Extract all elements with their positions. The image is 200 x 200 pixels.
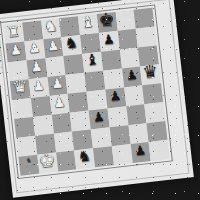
white-king-b1: ♚	[38, 150, 56, 170]
square-f1	[112, 144, 133, 165]
square-h5: ♛	[140, 64, 161, 85]
square-g4	[124, 85, 145, 106]
square-a2	[16, 136, 37, 157]
white-knight-c8: ♞	[43, 19, 58, 35]
square-h2	[147, 121, 168, 142]
square-a4	[12, 98, 33, 119]
square-c2	[54, 132, 75, 153]
square-f5	[103, 69, 124, 90]
white-pawn-b7: ♟	[28, 41, 41, 55]
white-pawn-a7: ♟	[9, 43, 22, 57]
white-pawn-c4: ♟	[53, 95, 66, 109]
white-queen-a5: ♛	[11, 77, 28, 96]
board-side-print: ∙·∙·∙·∙	[0, 54, 5, 75]
chess-board: ∙·∙·∙·∙ ♜♞♝♚♟♟♟♞♟♟♝♛♟♟♟♛♟♟♟♚♞♟ ♞ ⁙⁙	[0, 0, 194, 198]
square-c8: ♞	[41, 18, 62, 39]
square-d5	[66, 73, 87, 94]
square-a7: ♟	[6, 41, 27, 62]
white-pawn-c7: ♟	[46, 39, 59, 53]
white-pawn-b6: ♟	[30, 60, 43, 74]
square-a3	[14, 117, 35, 138]
square-d3	[70, 111, 91, 132]
square-d1: ♞	[74, 148, 95, 169]
square-f6	[101, 50, 122, 71]
white-bishop-e8: ♝	[80, 14, 95, 30]
square-a8: ♜	[3, 23, 24, 44]
square-g2	[128, 123, 149, 144]
square-f3	[107, 106, 128, 127]
black-knight-d1: ♞	[77, 149, 92, 165]
square-h8	[134, 8, 155, 29]
square-b8	[22, 20, 43, 41]
square-g3	[126, 104, 147, 125]
black-queen-h5: ♛	[142, 63, 159, 82]
square-g8	[115, 10, 136, 31]
black-pawn-f7: ♟	[102, 32, 115, 46]
square-d4	[68, 92, 89, 113]
photo-of-chessboard: { "game": "chess", "position": { "fen": …	[0, 0, 200, 200]
square-b1: ♚	[37, 153, 58, 174]
square-b4	[31, 96, 52, 117]
square-h3	[145, 102, 166, 123]
square-c1	[56, 150, 77, 171]
square-c4: ♟	[49, 94, 70, 115]
square-b7: ♟	[24, 39, 45, 60]
black-pawn-f4: ♟	[109, 89, 122, 103]
square-e5	[84, 71, 105, 92]
square-c6	[45, 56, 66, 77]
square-g6	[119, 48, 140, 69]
square-b5: ♟	[28, 77, 49, 98]
square-f4: ♟	[105, 87, 126, 108]
square-f8: ♚	[96, 12, 117, 33]
square-f2	[109, 125, 130, 146]
square-g7	[117, 29, 138, 50]
square-a1	[18, 155, 39, 176]
square-b6: ♟	[26, 58, 47, 79]
black-king-f8: ♚	[98, 10, 116, 30]
square-d6	[64, 54, 85, 75]
square-e3: ♟	[89, 108, 110, 129]
black-knight-d7: ♞	[64, 35, 79, 51]
square-h7	[136, 27, 157, 48]
square-g1: ♟	[130, 142, 151, 163]
square-e2	[91, 127, 112, 148]
square-h4	[142, 83, 163, 104]
black-pawn-g1: ♟	[134, 143, 147, 157]
white-rook-a8: ♜	[6, 23, 20, 38]
square-a5: ♛	[10, 79, 31, 100]
square-c5: ♟	[47, 75, 68, 96]
square-f7: ♟	[99, 31, 120, 52]
square-h1	[149, 140, 170, 161]
white-pawn-c5: ♟	[51, 76, 64, 90]
square-e1	[93, 146, 114, 167]
white-pawn-b5: ♟	[32, 78, 45, 92]
square-e4	[86, 90, 107, 111]
black-pawn-g5: ♟	[125, 68, 138, 82]
square-e8: ♝	[78, 14, 99, 35]
square-d7: ♞	[61, 35, 82, 56]
square-e6: ♝	[82, 52, 103, 73]
square-c7: ♟	[43, 37, 64, 58]
black-bishop-e6: ♝	[85, 52, 100, 68]
square-b3	[33, 115, 54, 136]
playing-area: ♜♞♝♚♟♟♟♞♟♟♝♛♟♟♟♛♟♟♟♚♞♟	[3, 8, 169, 176]
square-c3	[51, 113, 72, 134]
black-pawn-e3: ♟	[92, 110, 105, 124]
square-g5: ♟	[122, 66, 143, 87]
